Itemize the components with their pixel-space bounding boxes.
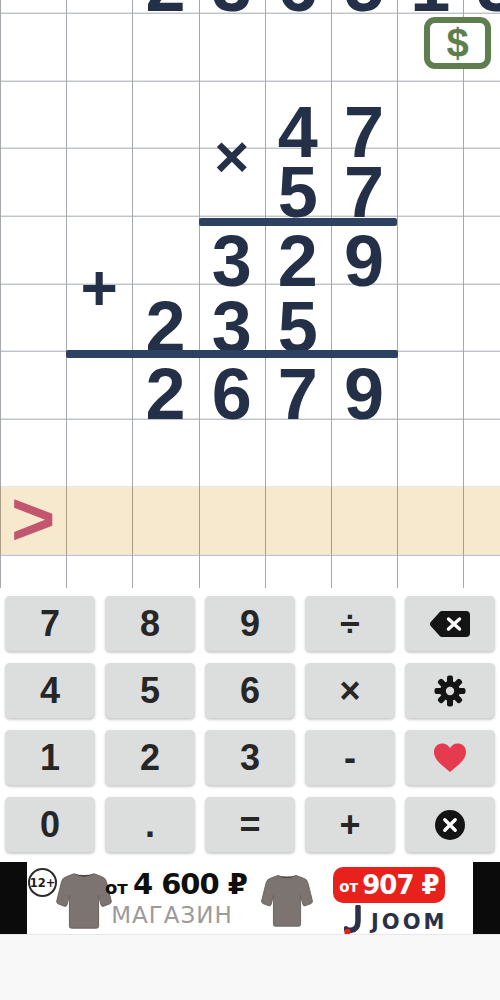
multiplier-digit: 5 [265,158,331,226]
top-row-digit: 5 [331,0,397,20]
partial1-digit: 2 [265,227,331,295]
price-prefix: от [339,878,358,896]
backspace-icon [429,609,471,639]
result-digit: 2 [132,360,198,428]
price-amount: 4 600 ₽ [133,867,247,901]
ad-product-image-2 [258,864,316,938]
key-backspace[interactable] [405,596,495,651]
heart-icon [432,742,468,774]
key-minus[interactable]: - [305,730,395,785]
key-divide[interactable]: ÷ [305,596,395,651]
key-9[interactable]: 9 [205,596,295,651]
worksheet-grid: 2 3 6 5 1 3 $ 4 7 × 5 7 3 2 9 + 2 3 5 2 … [0,0,500,588]
row-cursor: > [0,484,66,552]
ad-left-bar [0,862,27,934]
money-button[interactable]: $ [424,17,491,69]
dollar-icon: $ [446,21,468,66]
result-digit: 6 [199,360,265,428]
key-dot[interactable]: . [105,797,195,852]
multiplier-digit: 7 [331,158,397,226]
key-1[interactable]: 1 [5,730,95,785]
key-6[interactable]: 6 [205,663,295,718]
close-icon [434,809,466,841]
plus-sign: + [66,256,132,320]
keypad: 7 8 9 ÷ 4 5 6 × 1 2 3 - 0 . = + [0,588,500,862]
ad-price-left: от 4 600 ₽ [105,867,239,901]
top-row-digit: 3 [199,0,265,20]
key-equals[interactable]: = [205,797,295,852]
joom-wordmark: JOOM [371,910,447,934]
key-multiply[interactable]: × [305,663,395,718]
partial1-digit: 9 [331,227,397,295]
key-3[interactable]: 3 [205,730,295,785]
key-settings[interactable] [405,663,495,718]
key-7[interactable]: 7 [5,596,95,651]
price-amount: 907 ₽ [362,870,438,900]
answer-input-row[interactable] [0,487,500,555]
partial1-digit: 3 [199,227,265,295]
key-close[interactable] [405,797,495,852]
key-favorite[interactable] [405,730,495,785]
ad-banner[interactable]: 12+ от 4 600 ₽ МАГАЗИН от 907 ₽ JOOM [0,862,500,934]
times-sign: × [199,128,265,184]
key-2[interactable]: 2 [105,730,195,785]
gear-icon [434,675,466,707]
key-8[interactable]: 8 [105,596,195,651]
price-prefix: от [105,877,128,898]
screen: 2 3 6 5 1 3 $ 4 7 × 5 7 3 2 9 + 2 3 5 2 … [0,0,500,1000]
key-5[interactable]: 5 [105,663,195,718]
ad-price-pill: от 907 ₽ [333,867,445,903]
top-row-digit: 6 [265,0,331,20]
nav-bar [0,934,500,1000]
result-digit: 9 [331,360,397,428]
ad-right-bar [473,862,500,934]
ad-store-name: МАГАЗИН [105,902,239,928]
result-digit: 7 [265,360,331,428]
top-row-digit: 2 [132,0,198,20]
key-0[interactable]: 0 [5,797,95,852]
key-plus[interactable]: + [305,797,395,852]
key-4[interactable]: 4 [5,663,95,718]
